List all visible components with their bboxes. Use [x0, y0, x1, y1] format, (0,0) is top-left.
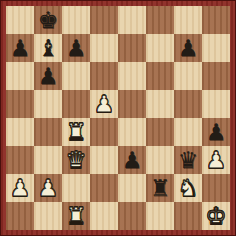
square-c1[interactable]: ♜: [62, 202, 90, 230]
square-a6[interactable]: [6, 62, 34, 90]
piece-white-rook[interactable]: ♜: [62, 118, 90, 146]
square-c3[interactable]: ♛: [62, 146, 90, 174]
square-a2[interactable]: ♟: [6, 174, 34, 202]
square-c7[interactable]: ♟: [62, 34, 90, 62]
piece-black-rook[interactable]: ♜: [146, 174, 174, 202]
square-h7[interactable]: [202, 34, 230, 62]
piece-black-pawn[interactable]: ♟: [34, 62, 62, 90]
square-d7[interactable]: [90, 34, 118, 62]
piece-white-pawn[interactable]: ♟: [34, 174, 62, 202]
square-b8[interactable]: ♚: [34, 6, 62, 34]
square-f7[interactable]: [146, 34, 174, 62]
square-f2[interactable]: ♜: [146, 174, 174, 202]
square-b4[interactable]: [34, 118, 62, 146]
square-f1[interactable]: [146, 202, 174, 230]
square-d1[interactable]: [90, 202, 118, 230]
square-f5[interactable]: [146, 90, 174, 118]
square-f6[interactable]: [146, 62, 174, 90]
square-h3[interactable]: ♟: [202, 146, 230, 174]
square-e1[interactable]: [118, 202, 146, 230]
square-c6[interactable]: [62, 62, 90, 90]
square-f8[interactable]: [146, 6, 174, 34]
square-g1[interactable]: [174, 202, 202, 230]
chess-board: ♚♟♝♟♟♟♟♜♟♛♟♛♟♟♟♜♞♜♚: [6, 6, 230, 230]
square-c4[interactable]: ♜: [62, 118, 90, 146]
square-d4[interactable]: [90, 118, 118, 146]
piece-black-pawn[interactable]: ♟: [118, 146, 146, 174]
square-e3[interactable]: ♟: [118, 146, 146, 174]
piece-black-pawn[interactable]: ♟: [62, 34, 90, 62]
square-f4[interactable]: [146, 118, 174, 146]
square-a5[interactable]: [6, 90, 34, 118]
square-a1[interactable]: [6, 202, 34, 230]
square-h1[interactable]: ♚: [202, 202, 230, 230]
square-a8[interactable]: [6, 6, 34, 34]
piece-white-king[interactable]: ♚: [202, 202, 230, 230]
square-g4[interactable]: [174, 118, 202, 146]
square-e6[interactable]: [118, 62, 146, 90]
square-b2[interactable]: ♟: [34, 174, 62, 202]
piece-white-pawn[interactable]: ♟: [6, 174, 34, 202]
square-h2[interactable]: [202, 174, 230, 202]
square-f3[interactable]: [146, 146, 174, 174]
piece-black-bishop[interactable]: ♝: [34, 34, 62, 62]
square-g8[interactable]: [174, 6, 202, 34]
piece-black-pawn[interactable]: ♟: [202, 118, 230, 146]
square-h8[interactable]: [202, 6, 230, 34]
square-g7[interactable]: ♟: [174, 34, 202, 62]
square-h6[interactable]: [202, 62, 230, 90]
piece-white-rook[interactable]: ♜: [62, 202, 90, 230]
square-e4[interactable]: [118, 118, 146, 146]
square-b6[interactable]: ♟: [34, 62, 62, 90]
piece-white-knight[interactable]: ♞: [174, 174, 202, 202]
square-g2[interactable]: ♞: [174, 174, 202, 202]
piece-black-king[interactable]: ♚: [34, 6, 62, 34]
square-d6[interactable]: [90, 62, 118, 90]
square-e8[interactable]: [118, 6, 146, 34]
piece-black-pawn[interactable]: ♟: [6, 34, 34, 62]
piece-white-pawn[interactable]: ♟: [90, 90, 118, 118]
square-c2[interactable]: [62, 174, 90, 202]
square-h4[interactable]: ♟: [202, 118, 230, 146]
square-g6[interactable]: [174, 62, 202, 90]
piece-white-pawn[interactable]: ♟: [202, 146, 230, 174]
square-d2[interactable]: [90, 174, 118, 202]
square-g3[interactable]: ♛: [174, 146, 202, 174]
square-e7[interactable]: [118, 34, 146, 62]
piece-black-pawn[interactable]: ♟: [174, 34, 202, 62]
board-frame: ♚♟♝♟♟♟♟♜♟♛♟♛♟♟♟♜♞♜♚: [0, 0, 236, 236]
square-b3[interactable]: [34, 146, 62, 174]
square-e5[interactable]: [118, 90, 146, 118]
square-b1[interactable]: [34, 202, 62, 230]
square-c8[interactable]: [62, 6, 90, 34]
square-a3[interactable]: [6, 146, 34, 174]
square-g5[interactable]: [174, 90, 202, 118]
square-a4[interactable]: [6, 118, 34, 146]
piece-black-queen[interactable]: ♛: [174, 146, 202, 174]
square-b5[interactable]: [34, 90, 62, 118]
square-c5[interactable]: [62, 90, 90, 118]
square-d3[interactable]: [90, 146, 118, 174]
square-a7[interactable]: ♟: [6, 34, 34, 62]
square-d5[interactable]: ♟: [90, 90, 118, 118]
square-h5[interactable]: [202, 90, 230, 118]
square-d8[interactable]: [90, 6, 118, 34]
piece-white-queen[interactable]: ♛: [62, 146, 90, 174]
square-e2[interactable]: [118, 174, 146, 202]
square-b7[interactable]: ♝: [34, 34, 62, 62]
